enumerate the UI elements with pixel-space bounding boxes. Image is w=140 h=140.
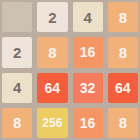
empty-cell-r0c0	[2, 2, 32, 32]
tile-64-r2c3: 64	[108, 73, 138, 103]
tile-16-r1c2: 16	[73, 37, 103, 67]
tile-2-r1c0: 2	[2, 37, 32, 67]
tile-256-r3c1: 256	[37, 108, 67, 138]
tile-4-r0c2: 4	[73, 2, 103, 32]
tile-8-r3c0: 8	[2, 108, 32, 138]
tile-8-r0c3: 8	[108, 2, 138, 32]
tile-8-r1c1: 8	[37, 37, 67, 67]
tile-64-r2c1: 64	[37, 73, 67, 103]
tile-8-r3c3: 8	[108, 108, 138, 138]
tile-8-r1c3: 8	[108, 37, 138, 67]
tile-2-r0c1: 2	[37, 2, 67, 32]
tile-16-r3c2: 16	[73, 108, 103, 138]
tile-4-r2c0: 4	[2, 73, 32, 103]
tile-32-r2c2: 32	[73, 73, 103, 103]
game-board-2048[interactable]: 2482816846432648256168	[0, 0, 140, 140]
